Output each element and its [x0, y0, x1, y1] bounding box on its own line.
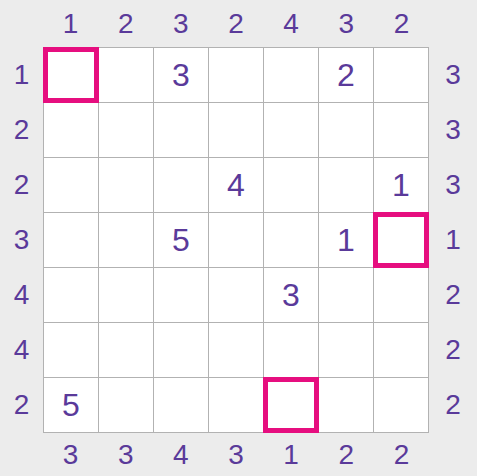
- cell-r3c7[interactable]: 1: [374, 158, 428, 212]
- top-clues: 1 2 3 2 4 3 2: [43, 0, 429, 47]
- cell-r4c7[interactable]: [374, 213, 428, 267]
- cell-r6c2[interactable]: [99, 323, 153, 377]
- cell-r3c1[interactable]: [44, 158, 98, 212]
- clue-right-1: 3: [429, 47, 477, 102]
- cell-r1c2[interactable]: [99, 48, 153, 102]
- clue-top-5: 4: [264, 0, 319, 47]
- clue-right-6: 2: [429, 323, 477, 378]
- cell-r5c3[interactable]: [154, 268, 208, 322]
- clue-bottom-7: 2: [374, 433, 429, 476]
- cell-r3c2[interactable]: [99, 158, 153, 212]
- cell-r1c6[interactable]: 2: [319, 48, 373, 102]
- clue-right-2: 3: [429, 102, 477, 157]
- right-clues: 3 3 3 1 2 2 2: [429, 47, 477, 433]
- cell-r2c3[interactable]: [154, 103, 208, 157]
- cell-r3c4[interactable]: 4: [209, 158, 263, 212]
- cell-r3c5[interactable]: [264, 158, 318, 212]
- cell-r2c5[interactable]: [264, 103, 318, 157]
- cell-r1c3[interactable]: 3: [154, 48, 208, 102]
- cell-r1c1[interactable]: [44, 48, 98, 102]
- clue-top-3: 3: [153, 0, 208, 47]
- cell-r1c5[interactable]: [264, 48, 318, 102]
- clue-left-4: 3: [0, 212, 43, 267]
- clue-bottom-5: 1: [264, 433, 319, 476]
- left-clues: 1 2 2 3 4 4 2: [0, 47, 43, 433]
- cell-r4c5[interactable]: [264, 213, 318, 267]
- cell-r6c5[interactable]: [264, 323, 318, 377]
- cell-r7c5[interactable]: [264, 378, 318, 432]
- cell-r6c1[interactable]: [44, 323, 98, 377]
- puzzle-board: 3 2 4 1 5 1 3: [43, 47, 429, 433]
- cell-r5c4[interactable]: [209, 268, 263, 322]
- cell-r5c2[interactable]: [99, 268, 153, 322]
- clue-top-1: 1: [43, 0, 98, 47]
- clue-left-1: 1: [0, 47, 43, 102]
- clue-right-7: 2: [429, 378, 477, 433]
- clue-right-3: 3: [429, 157, 477, 212]
- cell-r3c3[interactable]: [154, 158, 208, 212]
- cell-r4c1[interactable]: [44, 213, 98, 267]
- cell-r4c6[interactable]: 1: [319, 213, 373, 267]
- puzzle-page: 1 2 3 2 4 3 2 1 2 2 3 4 4 2 3 2 4: [0, 0, 477, 476]
- cell-r2c4[interactable]: [209, 103, 263, 157]
- cell-r6c4[interactable]: [209, 323, 263, 377]
- cell-r2c6[interactable]: [319, 103, 373, 157]
- clue-top-4: 2: [208, 0, 263, 47]
- clue-left-6: 4: [0, 323, 43, 378]
- cell-r4c4[interactable]: [209, 213, 263, 267]
- cell-r6c7[interactable]: [374, 323, 428, 377]
- clue-top-6: 3: [319, 0, 374, 47]
- cell-r6c3[interactable]: [154, 323, 208, 377]
- clue-top-7: 2: [374, 0, 429, 47]
- clue-left-3: 2: [0, 157, 43, 212]
- clue-bottom-2: 3: [98, 433, 153, 476]
- cell-r5c7[interactable]: [374, 268, 428, 322]
- clue-right-4: 1: [429, 212, 477, 267]
- cell-r6c6[interactable]: [319, 323, 373, 377]
- cell-r2c1[interactable]: [44, 103, 98, 157]
- cell-r7c2[interactable]: [99, 378, 153, 432]
- cell-r3c6[interactable]: [319, 158, 373, 212]
- clue-bottom-6: 2: [319, 433, 374, 476]
- clue-left-5: 4: [0, 268, 43, 323]
- cell-r4c2[interactable]: [99, 213, 153, 267]
- cell-r7c7[interactable]: [374, 378, 428, 432]
- cell-r5c5[interactable]: 3: [264, 268, 318, 322]
- clue-bottom-3: 4: [153, 433, 208, 476]
- clue-right-5: 2: [429, 268, 477, 323]
- clue-bottom-4: 3: [208, 433, 263, 476]
- clue-left-7: 2: [0, 378, 43, 433]
- cell-r5c6[interactable]: [319, 268, 373, 322]
- clue-top-2: 2: [98, 0, 153, 47]
- cell-r7c3[interactable]: [154, 378, 208, 432]
- clue-left-2: 2: [0, 102, 43, 157]
- cell-r5c1[interactable]: [44, 268, 98, 322]
- cell-r4c3[interactable]: 5: [154, 213, 208, 267]
- cell-r1c4[interactable]: [209, 48, 263, 102]
- cell-r7c4[interactable]: [209, 378, 263, 432]
- cell-r1c7[interactable]: [374, 48, 428, 102]
- bottom-clues: 3 3 4 3 1 2 2: [43, 433, 429, 476]
- cell-r7c6[interactable]: [319, 378, 373, 432]
- cell-r2c2[interactable]: [99, 103, 153, 157]
- cell-r2c7[interactable]: [374, 103, 428, 157]
- clue-bottom-1: 3: [43, 433, 98, 476]
- cell-r7c1[interactable]: 5: [44, 378, 98, 432]
